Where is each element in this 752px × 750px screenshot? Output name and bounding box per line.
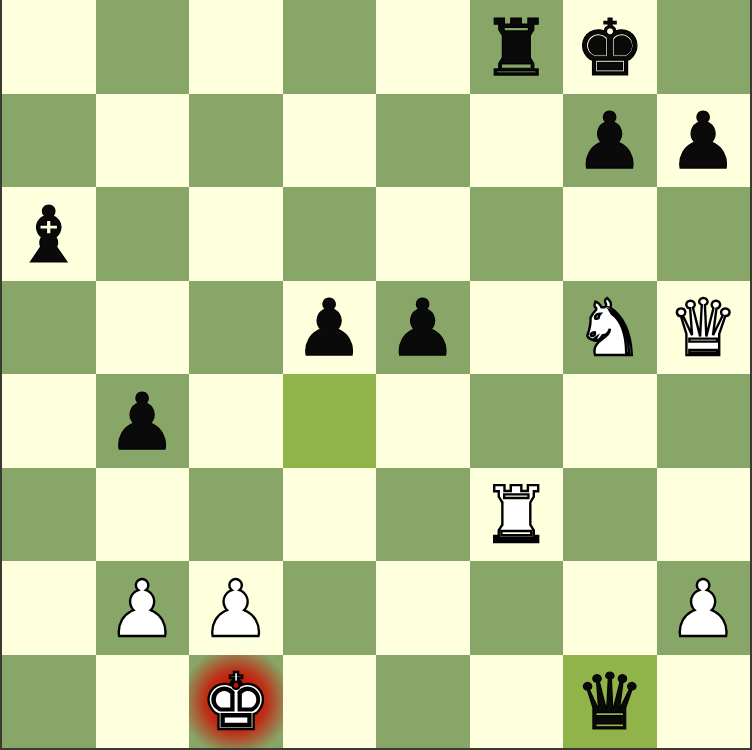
black-queen-piece[interactable]: ♛ <box>575 663 645 741</box>
square-c5[interactable] <box>189 281 283 375</box>
square-f8[interactable]: ♜ <box>470 0 564 94</box>
square-b7[interactable] <box>96 94 190 188</box>
square-d4[interactable] <box>283 374 377 468</box>
black-pawn-piece[interactable]: ♟ <box>668 102 738 180</box>
square-d8[interactable] <box>283 0 377 94</box>
square-b2[interactable]: ♟ <box>96 561 190 655</box>
square-e3[interactable] <box>376 468 470 562</box>
square-b3[interactable] <box>96 468 190 562</box>
white-pawn-piece[interactable]: ♟ <box>107 570 177 648</box>
square-c2[interactable]: ♟ <box>189 561 283 655</box>
square-e8[interactable] <box>376 0 470 94</box>
white-pawn-piece[interactable]: ♟ <box>668 570 738 648</box>
square-e2[interactable] <box>376 561 470 655</box>
square-g1[interactable]: ♛ <box>563 655 657 749</box>
square-c6[interactable] <box>189 187 283 281</box>
white-knight-piece[interactable]: ♞ <box>575 289 645 367</box>
square-f1[interactable] <box>470 655 564 749</box>
square-h1[interactable] <box>657 655 751 749</box>
square-h6[interactable] <box>657 187 751 281</box>
square-d3[interactable] <box>283 468 377 562</box>
square-d2[interactable] <box>283 561 377 655</box>
square-c7[interactable] <box>189 94 283 188</box>
square-f3[interactable]: ♜ <box>470 468 564 562</box>
black-bishop-piece[interactable]: ♝ <box>14 196 84 274</box>
square-e7[interactable] <box>376 94 470 188</box>
square-b1[interactable] <box>96 655 190 749</box>
square-c4[interactable] <box>189 374 283 468</box>
square-a7[interactable] <box>2 94 96 188</box>
square-a1[interactable] <box>2 655 96 749</box>
square-b6[interactable] <box>96 187 190 281</box>
square-e5[interactable]: ♟ <box>376 281 470 375</box>
square-h4[interactable] <box>657 374 751 468</box>
square-b5[interactable] <box>96 281 190 375</box>
square-h5[interactable]: ♛ <box>657 281 751 375</box>
square-f7[interactable] <box>470 94 564 188</box>
square-g6[interactable] <box>563 187 657 281</box>
square-a3[interactable] <box>2 468 96 562</box>
square-f5[interactable] <box>470 281 564 375</box>
square-f2[interactable] <box>470 561 564 655</box>
black-pawn-piece[interactable]: ♟ <box>294 289 364 367</box>
square-b8[interactable] <box>96 0 190 94</box>
square-f4[interactable] <box>470 374 564 468</box>
square-h8[interactable] <box>657 0 751 94</box>
square-a5[interactable] <box>2 281 96 375</box>
square-g8[interactable]: ♚ <box>563 0 657 94</box>
square-g2[interactable] <box>563 561 657 655</box>
white-pawn-piece[interactable]: ♟ <box>201 570 271 648</box>
square-g7[interactable]: ♟ <box>563 94 657 188</box>
square-d7[interactable] <box>283 94 377 188</box>
square-c3[interactable] <box>189 468 283 562</box>
square-g5[interactable]: ♞ <box>563 281 657 375</box>
black-king-piece[interactable]: ♚ <box>575 9 645 87</box>
square-a8[interactable] <box>2 0 96 94</box>
square-d1[interactable] <box>283 655 377 749</box>
square-b4[interactable]: ♟ <box>96 374 190 468</box>
black-pawn-piece[interactable]: ♟ <box>575 102 645 180</box>
white-king-piece[interactable]: ♚ <box>201 663 271 741</box>
square-e4[interactable] <box>376 374 470 468</box>
square-h7[interactable]: ♟ <box>657 94 751 188</box>
square-f6[interactable] <box>470 187 564 281</box>
black-pawn-piece[interactable]: ♟ <box>107 383 177 461</box>
black-pawn-piece[interactable]: ♟ <box>388 289 458 367</box>
square-h2[interactable]: ♟ <box>657 561 751 655</box>
square-d5[interactable]: ♟ <box>283 281 377 375</box>
square-c8[interactable] <box>189 0 283 94</box>
square-g3[interactable] <box>563 468 657 562</box>
square-e1[interactable] <box>376 655 470 749</box>
square-h3[interactable] <box>657 468 751 562</box>
black-rook-piece[interactable]: ♜ <box>481 9 551 87</box>
white-queen-piece[interactable]: ♛ <box>668 289 738 367</box>
square-a2[interactable] <box>2 561 96 655</box>
square-d6[interactable] <box>283 187 377 281</box>
square-a4[interactable] <box>2 374 96 468</box>
square-g4[interactable] <box>563 374 657 468</box>
square-e6[interactable] <box>376 187 470 281</box>
chess-board: ♜♚♟♟♝♟♟♞♛♟♜♟♟♟♚♛ <box>0 0 752 750</box>
square-c1[interactable]: ♚ <box>189 655 283 749</box>
white-rook-piece[interactable]: ♜ <box>481 476 551 554</box>
square-a6[interactable]: ♝ <box>2 187 96 281</box>
